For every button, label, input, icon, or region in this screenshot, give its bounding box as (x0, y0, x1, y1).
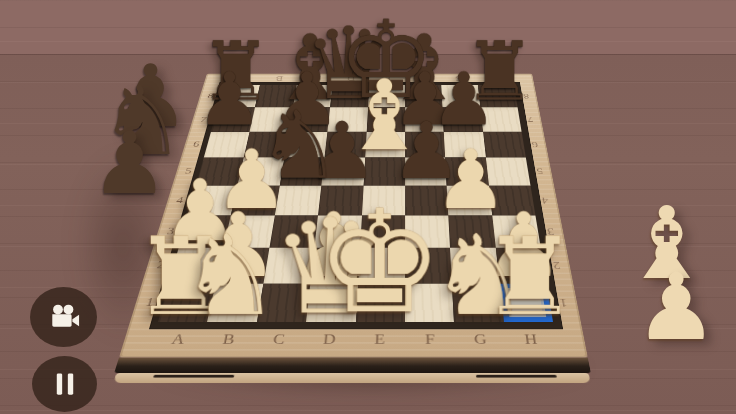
captured-white-pawn: ♟ (635, 262, 717, 354)
white-rook-h1[interactable]: ♜ (482, 224, 578, 331)
square-h1[interactable]: ♜ (499, 283, 553, 322)
coord-label: H (504, 329, 558, 353)
camera-button[interactable] (30, 287, 97, 347)
captured-black-pawn: ♟ (91, 120, 168, 206)
coord-label: B (201, 329, 256, 353)
white-king-e1[interactable]: ♚ (316, 192, 443, 334)
square-e1[interactable]: ♚ (356, 283, 405, 322)
board-squares: ♜♝♛♚♝♜♟♟♟♟♝♞♟♟♟♟♟♟♟♟♜♞♛♚♞♜ (158, 85, 553, 322)
board-side-edge (114, 358, 591, 373)
black-pawn-a7[interactable]: ♟ (197, 63, 262, 136)
foot-notch (476, 375, 557, 378)
pause-icon (48, 367, 82, 401)
coord-label: A (150, 329, 206, 353)
pause-button[interactable] (32, 356, 97, 412)
coord-label: G (455, 329, 507, 353)
camera-icon (43, 298, 85, 336)
square-b1[interactable]: ♞ (207, 283, 263, 322)
board-foot (113, 373, 591, 383)
white-knight-b1[interactable]: ♞ (180, 220, 280, 331)
square-a7[interactable]: ♟ (211, 108, 255, 132)
foot-notch (153, 375, 234, 378)
